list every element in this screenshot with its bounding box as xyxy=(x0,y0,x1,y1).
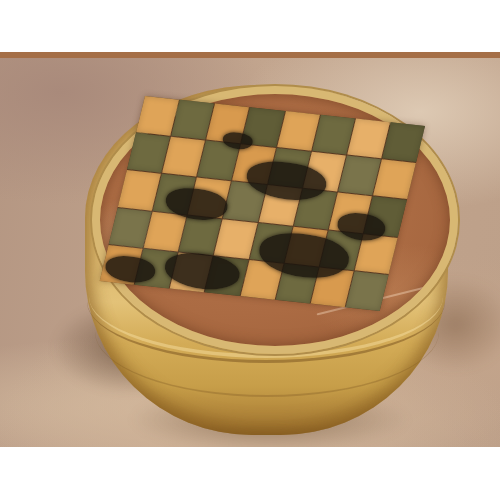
photo xyxy=(0,52,500,447)
checkerboard xyxy=(100,96,425,311)
